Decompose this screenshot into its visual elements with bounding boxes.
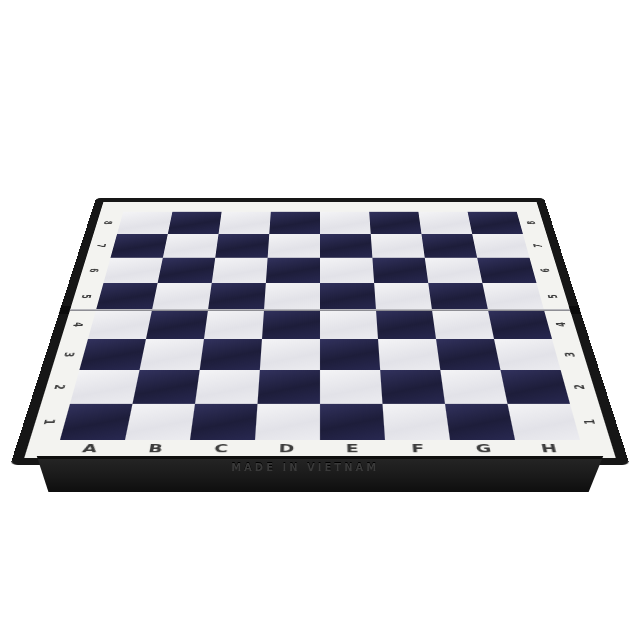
- border-corner: [172, 202, 223, 212]
- rank-label-text: 8: [102, 221, 115, 225]
- square-e5: [320, 258, 374, 283]
- square-c7: [219, 212, 271, 234]
- square-d0: [255, 404, 320, 440]
- border-corner: [271, 202, 320, 212]
- square-g5: [425, 258, 483, 283]
- file-label-text: A: [81, 443, 99, 454]
- chess-board-3d: 8877665544332211ABCDEFGH: [10, 198, 630, 465]
- square-d6: [268, 234, 320, 258]
- square-a5: [103, 258, 162, 283]
- square-g2: [436, 339, 500, 370]
- square-d3: [262, 310, 320, 339]
- square-d7: [269, 212, 320, 234]
- file-label-text: C: [213, 443, 229, 454]
- square-g0: [445, 404, 515, 440]
- square-a1: [70, 370, 139, 404]
- rank-label-right-7: 7: [523, 234, 554, 258]
- file-label-text: F: [411, 443, 426, 454]
- border-corner: [417, 202, 468, 212]
- square-h4: [482, 283, 544, 310]
- square-e3: [320, 310, 378, 339]
- square-c1: [195, 370, 260, 404]
- rank-label-text: 5: [80, 294, 94, 298]
- square-a3: [88, 310, 152, 339]
- square-e2: [320, 339, 380, 370]
- rank-label-text: 3: [562, 352, 577, 357]
- square-c3: [204, 310, 264, 339]
- square-b7: [168, 212, 222, 234]
- square-d1: [258, 370, 320, 404]
- file-label-text: D: [279, 443, 296, 454]
- rank-label-right-1: 1: [570, 404, 610, 440]
- square-d2: [260, 339, 320, 370]
- rank-label-right-4: 4: [544, 310, 579, 339]
- square-g6: [421, 234, 477, 258]
- square-c5: [212, 258, 268, 283]
- border-corner: [123, 202, 174, 212]
- square-d5: [266, 258, 320, 283]
- square-g3: [432, 310, 494, 339]
- square-b3: [146, 310, 208, 339]
- rank-label-text: 4: [71, 322, 86, 327]
- product-photo-stage: 8877665544332211ABCDEFGH MADE IN VIETNAM: [0, 0, 640, 640]
- board-grid: 8877665544332211ABCDEFGH: [24, 202, 615, 458]
- rank-label-text: 7: [532, 244, 545, 248]
- rank-label-text: 2: [572, 384, 588, 389]
- square-d4: [264, 283, 320, 310]
- rank-label-text: 7: [95, 244, 108, 248]
- square-e7: [320, 212, 371, 234]
- square-b6: [163, 234, 219, 258]
- square-a6: [111, 234, 168, 258]
- square-a0: [60, 404, 133, 440]
- square-c0: [190, 404, 258, 440]
- file-label-B: B: [121, 440, 190, 458]
- square-g1: [440, 370, 507, 404]
- square-f2: [378, 339, 440, 370]
- rank-label-text: 5: [546, 294, 560, 298]
- square-h7: [468, 212, 523, 234]
- file-label-E: E: [320, 440, 386, 458]
- rank-label-text: 1: [581, 419, 598, 425]
- rank-label-right-8: 8: [517, 212, 547, 234]
- rank-label-text: 1: [42, 419, 59, 425]
- rank-label-text: 6: [539, 268, 553, 272]
- file-label-text: H: [540, 443, 560, 454]
- file-label-G: G: [450, 440, 519, 458]
- file-label-D: D: [254, 440, 320, 458]
- square-f7: [369, 212, 421, 234]
- square-e1: [320, 370, 382, 404]
- file-label-F: F: [385, 440, 452, 458]
- border-corner: [514, 202, 540, 212]
- square-h2: [494, 339, 561, 370]
- square-f0: [382, 404, 450, 440]
- square-h0: [507, 404, 580, 440]
- square-b4: [152, 283, 212, 310]
- square-f6: [371, 234, 425, 258]
- file-label-A: A: [55, 440, 125, 458]
- square-h1: [501, 370, 570, 404]
- file-label-text: E: [346, 443, 360, 454]
- square-a2: [79, 339, 146, 370]
- square-b0: [125, 404, 195, 440]
- square-h6: [472, 234, 529, 258]
- square-h5: [477, 258, 536, 283]
- square-e6: [320, 234, 372, 258]
- square-c4: [208, 283, 266, 310]
- rank-label-text: 8: [525, 221, 538, 225]
- border-corner: [320, 202, 369, 212]
- square-a4: [96, 283, 158, 310]
- hinge-notch-right: [569, 306, 582, 314]
- border-corner: [580, 440, 616, 458]
- square-b1: [133, 370, 200, 404]
- square-h3: [488, 310, 552, 339]
- rank-label-text: 2: [53, 384, 69, 389]
- square-a7: [117, 212, 172, 234]
- square-f1: [380, 370, 445, 404]
- file-label-text: B: [147, 443, 164, 454]
- square-f3: [376, 310, 436, 339]
- square-f5: [372, 258, 428, 283]
- board-skirt: MADE IN VIETNAM: [28, 456, 612, 492]
- square-c2: [200, 339, 262, 370]
- file-label-text: G: [475, 443, 493, 454]
- embossed-text: MADE IN VIETNAM: [231, 462, 379, 473]
- skirt-top-edge: [28, 456, 612, 459]
- file-label-H: H: [515, 440, 585, 458]
- rank-label-text: 4: [554, 322, 569, 327]
- square-c6: [215, 234, 269, 258]
- file-label-C: C: [188, 440, 255, 458]
- square-b5: [158, 258, 216, 283]
- rank-label-text: 3: [62, 352, 77, 357]
- border-corner: [465, 202, 516, 212]
- square-e0: [320, 404, 385, 440]
- border-corner: [100, 202, 126, 212]
- square-g4: [428, 283, 488, 310]
- border-corner: [222, 202, 272, 212]
- square-g7: [418, 212, 472, 234]
- rank-label-text: 6: [88, 268, 102, 272]
- border-corner: [368, 202, 418, 212]
- square-f4: [374, 283, 432, 310]
- square-e4: [320, 283, 376, 310]
- square-b2: [139, 339, 203, 370]
